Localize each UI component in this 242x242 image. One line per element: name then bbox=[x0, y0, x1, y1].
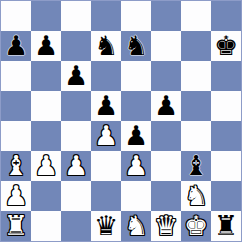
square-d4[interactable]: ♟ bbox=[91, 121, 121, 151]
square-b6[interactable] bbox=[31, 61, 61, 91]
square-d1[interactable]: ♛ bbox=[91, 211, 121, 241]
square-c5[interactable] bbox=[61, 91, 91, 121]
square-b3[interactable]: ♟ bbox=[31, 151, 61, 181]
square-c8[interactable] bbox=[61, 1, 91, 31]
white-knight[interactable]: ♞ bbox=[124, 211, 148, 241]
black-king[interactable]: ♚ bbox=[214, 31, 238, 61]
white-bishop[interactable]: ♝ bbox=[4, 151, 28, 181]
square-g8[interactable] bbox=[181, 1, 211, 31]
square-d7[interactable]: ♞ bbox=[91, 31, 121, 61]
square-d2[interactable] bbox=[91, 181, 121, 211]
white-pawn[interactable]: ♟ bbox=[64, 151, 88, 181]
black-rook[interactable]: ♜ bbox=[214, 211, 238, 241]
square-g3[interactable]: ♝ bbox=[181, 151, 211, 181]
square-h5[interactable] bbox=[211, 91, 241, 121]
square-f4[interactable] bbox=[151, 121, 181, 151]
black-pawn[interactable]: ♟ bbox=[154, 91, 178, 121]
square-a6[interactable] bbox=[1, 61, 31, 91]
square-d8[interactable] bbox=[91, 1, 121, 31]
square-f1[interactable]: ♛ bbox=[151, 211, 181, 241]
black-pawn[interactable]: ♟ bbox=[94, 91, 118, 121]
black-knight[interactable]: ♞ bbox=[94, 31, 118, 61]
square-e3[interactable]: ♟ bbox=[121, 151, 151, 181]
square-c7[interactable] bbox=[61, 31, 91, 61]
square-h2[interactable] bbox=[211, 181, 241, 211]
square-a3[interactable]: ♝ bbox=[1, 151, 31, 181]
square-c3[interactable]: ♟ bbox=[61, 151, 91, 181]
square-h7[interactable]: ♚ bbox=[211, 31, 241, 61]
square-g2[interactable]: ♞ bbox=[181, 181, 211, 211]
square-e7[interactable]: ♞ bbox=[121, 31, 151, 61]
square-h3[interactable] bbox=[211, 151, 241, 181]
square-e8[interactable] bbox=[121, 1, 151, 31]
square-f3[interactable] bbox=[151, 151, 181, 181]
square-c1[interactable] bbox=[61, 211, 91, 241]
square-f7[interactable] bbox=[151, 31, 181, 61]
square-b7[interactable]: ♟ bbox=[31, 31, 61, 61]
square-c4[interactable] bbox=[61, 121, 91, 151]
white-king[interactable]: ♚ bbox=[184, 211, 208, 241]
square-h8[interactable] bbox=[211, 1, 241, 31]
square-e1[interactable]: ♞ bbox=[121, 211, 151, 241]
square-b1[interactable] bbox=[31, 211, 61, 241]
square-f5[interactable]: ♟ bbox=[151, 91, 181, 121]
square-a5[interactable] bbox=[1, 91, 31, 121]
square-e2[interactable] bbox=[121, 181, 151, 211]
square-h6[interactable] bbox=[211, 61, 241, 91]
square-g1[interactable]: ♚ bbox=[181, 211, 211, 241]
square-g4[interactable] bbox=[181, 121, 211, 151]
square-f8[interactable] bbox=[151, 1, 181, 31]
black-pawn[interactable]: ♟ bbox=[64, 61, 88, 91]
square-g6[interactable] bbox=[181, 61, 211, 91]
square-a7[interactable]: ♟ bbox=[1, 31, 31, 61]
white-pawn[interactable]: ♟ bbox=[94, 121, 118, 151]
square-g5[interactable] bbox=[181, 91, 211, 121]
square-f2[interactable] bbox=[151, 181, 181, 211]
square-c6[interactable]: ♟ bbox=[61, 61, 91, 91]
square-e4[interactable]: ♟ bbox=[121, 121, 151, 151]
chess-board: ♟♟♞♞♚♟♟♟♟♟♝♟♟♟♝♟♞♜♛♞♛♚♜ bbox=[0, 0, 242, 242]
square-d5[interactable]: ♟ bbox=[91, 91, 121, 121]
square-e6[interactable] bbox=[121, 61, 151, 91]
black-pawn[interactable]: ♟ bbox=[124, 121, 148, 151]
white-pawn[interactable]: ♟ bbox=[34, 151, 58, 181]
square-h4[interactable] bbox=[211, 121, 241, 151]
square-h1[interactable]: ♜ bbox=[211, 211, 241, 241]
square-a1[interactable]: ♜ bbox=[1, 211, 31, 241]
square-c2[interactable] bbox=[61, 181, 91, 211]
square-b8[interactable] bbox=[31, 1, 61, 31]
white-pawn[interactable]: ♟ bbox=[124, 151, 148, 181]
white-rook[interactable]: ♜ bbox=[4, 211, 28, 241]
white-pawn[interactable]: ♟ bbox=[4, 181, 28, 211]
square-a4[interactable] bbox=[1, 121, 31, 151]
square-f6[interactable] bbox=[151, 61, 181, 91]
square-a8[interactable] bbox=[1, 1, 31, 31]
black-queen[interactable]: ♛ bbox=[94, 211, 118, 241]
square-g7[interactable] bbox=[181, 31, 211, 61]
white-queen[interactable]: ♛ bbox=[154, 211, 178, 241]
black-bishop[interactable]: ♝ bbox=[184, 151, 208, 181]
square-a2[interactable]: ♟ bbox=[1, 181, 31, 211]
square-d6[interactable] bbox=[91, 61, 121, 91]
black-pawn[interactable]: ♟ bbox=[34, 31, 58, 61]
square-b4[interactable] bbox=[31, 121, 61, 151]
square-b5[interactable] bbox=[31, 91, 61, 121]
black-pawn[interactable]: ♟ bbox=[4, 31, 28, 61]
square-b2[interactable] bbox=[31, 181, 61, 211]
black-knight[interactable]: ♞ bbox=[124, 31, 148, 61]
square-e5[interactable] bbox=[121, 91, 151, 121]
white-knight[interactable]: ♞ bbox=[184, 181, 208, 211]
square-d3[interactable] bbox=[91, 151, 121, 181]
